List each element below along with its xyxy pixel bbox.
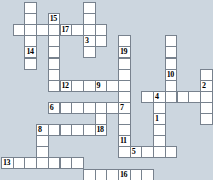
cell-number: 8 [38,126,42,134]
crossword-grid: 15173141910129246718181151316 [0,0,213,180]
cell-number: 19 [120,48,127,56]
grid-cell-r5c2[interactable] [24,58,37,70]
grid-cell-r15c12[interactable] [141,169,154,181]
cell-number: 10 [167,71,174,79]
cell-number: 13 [3,159,10,167]
cell-number: 2 [202,82,206,90]
cell-number: 1 [155,115,159,123]
cell-number: 6 [50,104,54,112]
cell-number: 5 [132,148,136,156]
cell-number: 17 [62,26,69,34]
grid-cell-r4c7[interactable] [83,46,96,58]
cell-number: 15 [50,15,57,23]
cell-number: 3 [85,37,89,45]
grid-cell-r3c8[interactable] [95,35,108,47]
cell-number: 18 [97,126,104,134]
cell-number: 7 [120,104,124,112]
cell-number: 9 [97,82,101,90]
cell-number: 4 [155,93,159,101]
crossword-puzzle-screenshot: 15173141910129246718181151316 [0,0,213,180]
cell-number: 14 [26,48,33,56]
cell-number: 16 [120,171,127,179]
grid-cell-r13c14[interactable] [165,146,178,158]
cell-number: 11 [120,137,127,145]
grid-cell-r10c17[interactable] [200,113,213,125]
grid-cell-r11c8[interactable]: 18 [95,124,108,136]
cell-number: 12 [62,82,69,90]
